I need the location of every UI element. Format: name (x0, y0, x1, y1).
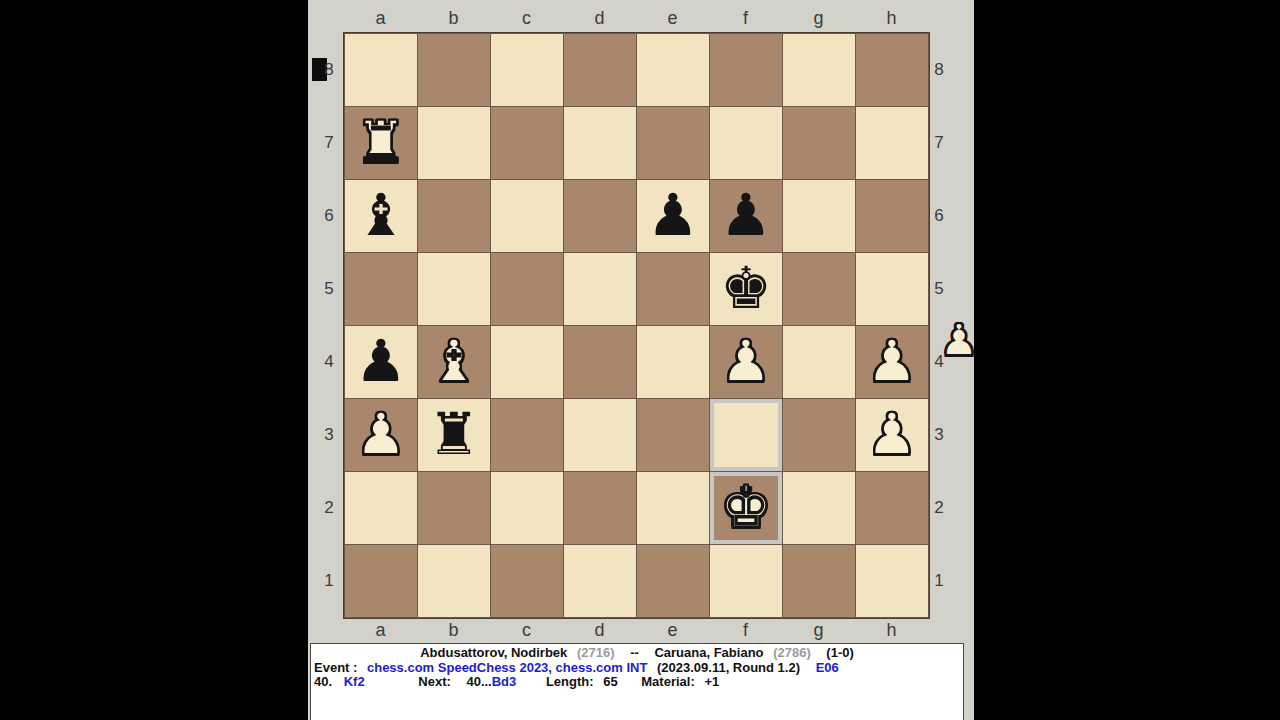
file-label-g: g (782, 8, 855, 29)
black-pawn[interactable]: ♟ (637, 180, 709, 252)
white-king[interactable]: ♚ (710, 472, 782, 544)
square-a7[interactable]: ♜ (345, 107, 417, 179)
square-c6[interactable] (491, 180, 563, 252)
file-label-f: f (709, 8, 782, 29)
black-king[interactable]: ♚ (710, 253, 782, 325)
square-f1[interactable] (710, 545, 782, 617)
square-b8[interactable] (418, 34, 490, 106)
rank-label-3: 3 (320, 398, 338, 471)
square-a8[interactable] (345, 34, 417, 106)
square-c7[interactable] (491, 107, 563, 179)
square-g4[interactable] (783, 326, 855, 398)
square-a6[interactable]: ♝ (345, 180, 417, 252)
players-separator: -- (630, 645, 639, 660)
square-a3[interactable]: ♟ (345, 399, 417, 471)
square-c2[interactable] (491, 472, 563, 544)
rank-label-7: 7 (930, 106, 948, 179)
square-e7[interactable] (637, 107, 709, 179)
current-move[interactable]: Kf2 (344, 674, 365, 689)
material-label: Material: (641, 674, 694, 689)
file-label-h: h (855, 8, 928, 29)
square-e4[interactable] (637, 326, 709, 398)
white-player-rating: (2716) (577, 645, 615, 660)
next-label: Next: (418, 674, 451, 689)
square-d2[interactable] (564, 472, 636, 544)
square-f8[interactable] (710, 34, 782, 106)
square-f6[interactable]: ♟ (710, 180, 782, 252)
black-pawn[interactable]: ♟ (710, 180, 782, 252)
square-b7[interactable] (418, 107, 490, 179)
black-rook[interactable]: ♜ (418, 399, 490, 471)
black-player-name: Caruana, Fabiano (654, 645, 763, 660)
event-link[interactable]: chess.com SpeedChess 2023, chess.com INT (367, 660, 647, 675)
rank-label-2: 2 (930, 471, 948, 544)
square-f5[interactable]: ♚ (710, 253, 782, 325)
white-pawn[interactable]: ♟ (856, 326, 928, 398)
next-move-number: 40... (466, 674, 491, 689)
square-d3[interactable] (564, 399, 636, 471)
square-c5[interactable] (491, 253, 563, 325)
players-line: Abdusattorov, Nodirbek (2716) -- Caruana… (311, 646, 963, 661)
file-label-g: g (782, 620, 855, 641)
square-h5[interactable] (856, 253, 928, 325)
game-result: (1-0) (826, 645, 853, 660)
file-label-f: f (709, 620, 782, 641)
file-label-b: b (417, 8, 490, 29)
rank-label-4: 4 (320, 325, 338, 398)
file-label-a: a (344, 8, 417, 29)
rank-label-2: 2 (320, 471, 338, 544)
black-player-rating: (2786) (773, 645, 811, 660)
square-e5[interactable] (637, 253, 709, 325)
square-a1[interactable] (345, 545, 417, 617)
square-g8[interactable] (783, 34, 855, 106)
square-b1[interactable] (418, 545, 490, 617)
rank-label-6: 6 (930, 179, 948, 252)
square-e1[interactable] (637, 545, 709, 617)
rank-label-7: 7 (320, 106, 338, 179)
square-b5[interactable] (418, 253, 490, 325)
next-move[interactable]: Bd3 (492, 674, 517, 689)
black-pawn[interactable]: ♟ (345, 326, 417, 398)
square-e6[interactable]: ♟ (637, 180, 709, 252)
square-g1[interactable] (783, 545, 855, 617)
rank-label-6: 6 (320, 179, 338, 252)
rank-label-1: 1 (320, 544, 338, 617)
square-b6[interactable] (418, 180, 490, 252)
square-c1[interactable] (491, 545, 563, 617)
white-pawn[interactable]: ♟ (710, 326, 782, 398)
rank-label-1: 1 (930, 544, 948, 617)
file-label-e: e (636, 8, 709, 29)
file-label-e: e (636, 620, 709, 641)
square-d7[interactable] (564, 107, 636, 179)
square-h8[interactable] (856, 34, 928, 106)
square-d1[interactable] (564, 545, 636, 617)
event-line: Event : chess.com SpeedChess 2023, chess… (314, 661, 963, 676)
white-bishop[interactable]: ♝ (418, 326, 490, 398)
square-e3[interactable] (637, 399, 709, 471)
eco-code[interactable]: E06 (816, 660, 839, 675)
file-label-d: d (563, 620, 636, 641)
square-g5[interactable] (783, 253, 855, 325)
captured-pawn-material-icon: ♟ (939, 314, 979, 366)
file-label-d: d (563, 8, 636, 29)
square-c4[interactable] (491, 326, 563, 398)
square-h6[interactable] (856, 180, 928, 252)
square-f2[interactable]: ♚ (710, 472, 782, 544)
white-pawn[interactable]: ♟ (856, 399, 928, 471)
square-b3[interactable]: ♜ (418, 399, 490, 471)
square-b4[interactable]: ♝ (418, 326, 490, 398)
square-g7[interactable] (783, 107, 855, 179)
rank-label-8: 8 (320, 33, 338, 106)
game-info-panel: Abdusattorov, Nodirbek (2716) -- Caruana… (310, 643, 964, 720)
black-bishop[interactable]: ♝ (345, 180, 417, 252)
white-pawn[interactable]: ♟ (345, 399, 417, 471)
file-label-a: a (344, 620, 417, 641)
rank-label-5: 5 (320, 252, 338, 325)
material-value: +1 (704, 674, 719, 689)
file-label-b: b (417, 620, 490, 641)
board-area: abcdefgh abcdefgh 87654321 87654321 ♜♝♟♟… (308, 0, 974, 720)
square-h3[interactable]: ♟ (856, 399, 928, 471)
square-g2[interactable] (783, 472, 855, 544)
square-h2[interactable] (856, 472, 928, 544)
square-g6[interactable] (783, 180, 855, 252)
white-player-name: Abdusattorov, Nodirbek (420, 645, 567, 660)
file-label-c: c (490, 8, 563, 29)
file-label-c: c (490, 620, 563, 641)
square-f4[interactable]: ♟ (710, 326, 782, 398)
rank-labels-left: 87654321 (320, 33, 338, 617)
square-d8[interactable] (564, 34, 636, 106)
file-labels-top: abcdefgh (344, 8, 929, 29)
file-label-h: h (855, 620, 928, 641)
square-d5[interactable] (564, 253, 636, 325)
square-g3[interactable] (783, 399, 855, 471)
square-a5[interactable] (345, 253, 417, 325)
square-c3[interactable] (491, 399, 563, 471)
square-f3[interactable] (710, 399, 782, 471)
white-rook[interactable]: ♜ (345, 107, 417, 179)
move-line: 40. Kf2 Next: 40...Bd3 Length: 65 Materi… (314, 675, 963, 690)
square-h4[interactable]: ♟ (856, 326, 928, 398)
file-labels-bottom: abcdefgh (344, 620, 929, 641)
square-e8[interactable] (637, 34, 709, 106)
event-label: Event : (314, 660, 357, 675)
square-a4[interactable]: ♟ (345, 326, 417, 398)
move-number: 40. (314, 674, 332, 689)
square-h1[interactable] (856, 545, 928, 617)
event-details: (2023.09.11, Round 1.2) (657, 660, 800, 675)
chess-board: ♜♝♟♟♚♟♝♟♟♟♜♟♚ (343, 32, 930, 619)
square-f7[interactable] (710, 107, 782, 179)
square-e2[interactable] (637, 472, 709, 544)
length-value: 65 (603, 674, 617, 689)
square-d4[interactable] (564, 326, 636, 398)
square-b2[interactable] (418, 472, 490, 544)
rank-label-8: 8 (930, 33, 948, 106)
rank-label-3: 3 (930, 398, 948, 471)
square-h7[interactable] (856, 107, 928, 179)
square-a2[interactable] (345, 472, 417, 544)
square-d6[interactable] (564, 180, 636, 252)
length-label: Length: (546, 674, 594, 689)
square-c8[interactable] (491, 34, 563, 106)
